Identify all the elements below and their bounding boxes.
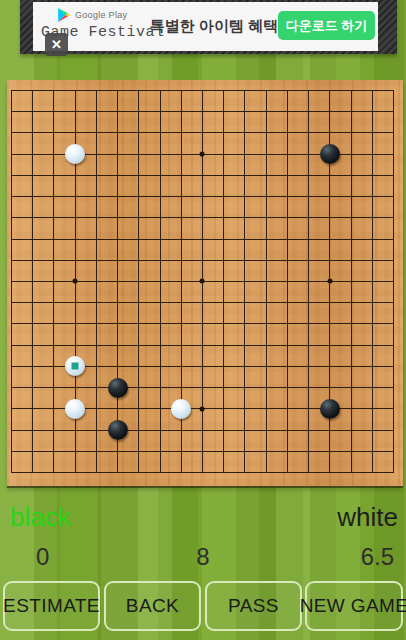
go-board[interactable] [7, 80, 403, 486]
star-point [200, 406, 205, 411]
pass-button[interactable]: PASS [205, 581, 302, 631]
ad-banner[interactable]: Google Play Game Festival 특별한 아이템 혜택 다운로… [20, 0, 397, 54]
ad-promo-text: 특별한 아이템 혜택 [150, 2, 278, 51]
white-stone-D6 [65, 356, 85, 376]
google-play-icon [57, 8, 71, 22]
last-move-marker [72, 363, 79, 370]
back-button[interactable]: BACK [104, 581, 201, 631]
black-stone-F5 [108, 378, 128, 398]
white-komi-value: 6.5 [361, 543, 394, 571]
star-point [200, 152, 205, 157]
google-play-label: Google Play [75, 10, 127, 20]
estimate-button[interactable]: ESTIMATE [3, 581, 100, 631]
star-point [73, 279, 78, 284]
ad-download-button[interactable]: 다운로드 하기 [278, 11, 375, 40]
black-stone-Q16 [320, 144, 340, 164]
go-board-grid[interactable] [11, 90, 394, 473]
new-game-button[interactable]: NEW GAME [305, 581, 403, 631]
close-icon: ✕ [51, 37, 62, 52]
white-stone-D16 [65, 144, 85, 164]
move-number-value: 8 [0, 543, 406, 571]
white-stone-D4 [65, 399, 85, 419]
black-stone-Q4 [320, 399, 340, 419]
white-stone-J4 [171, 399, 191, 419]
black-stone-F3 [108, 420, 128, 440]
ad-close-button[interactable]: ✕ [45, 33, 68, 56]
white-player-label: white [337, 502, 398, 533]
star-point [200, 279, 205, 284]
black-player-label: black [10, 502, 71, 533]
app-screen: Google Play Game Festival 특별한 아이템 혜택 다운로… [0, 0, 406, 640]
star-point [327, 279, 332, 284]
ad-banner-content[interactable]: Google Play Game Festival 특별한 아이템 혜택 다운로… [33, 2, 378, 51]
